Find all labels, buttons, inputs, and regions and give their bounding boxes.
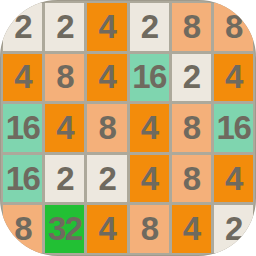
tile-r2c4[interactable]: 16 xyxy=(130,54,169,102)
tile-r5c4[interactable]: 8 xyxy=(130,205,169,253)
tile-r1c1[interactable]: 2 xyxy=(3,3,42,51)
tile-r2c1[interactable]: 4 xyxy=(3,54,42,102)
tile-r1c2[interactable]: 2 xyxy=(45,3,84,51)
tile-r1c4[interactable]: 2 xyxy=(130,3,169,51)
tile-r1c6[interactable]: 8 xyxy=(214,3,253,51)
tile-r3c2[interactable]: 4 xyxy=(45,104,84,152)
tile-r2c2[interactable]: 8 xyxy=(45,54,84,102)
tile-r2c3[interactable]: 4 xyxy=(87,54,126,102)
tile-r4c2[interactable]: 2 xyxy=(45,155,84,203)
tile-r4c1[interactable]: 16 xyxy=(3,155,42,203)
tile-r5c1[interactable]: 8 xyxy=(3,205,42,253)
tile-r2c5[interactable]: 2 xyxy=(172,54,211,102)
tile-r5c2[interactable]: 32 xyxy=(45,205,84,253)
tile-r3c4[interactable]: 4 xyxy=(130,104,169,152)
tile-r1c3[interactable]: 4 xyxy=(87,3,126,51)
tile-r4c6[interactable]: 4 xyxy=(214,155,253,203)
tile-r1c5[interactable]: 8 xyxy=(172,3,211,51)
puzzle-board[interactable]: 22428848416241648481616224848324842 xyxy=(0,0,256,256)
tile-r5c5[interactable]: 4 xyxy=(172,205,211,253)
tile-r2c6[interactable]: 4 xyxy=(214,54,253,102)
tile-r5c6[interactable]: 2 xyxy=(214,205,253,253)
tile-r3c1[interactable]: 16 xyxy=(3,104,42,152)
tile-r3c3[interactable]: 8 xyxy=(87,104,126,152)
tile-r3c6[interactable]: 16 xyxy=(214,104,253,152)
tile-r5c3[interactable]: 4 xyxy=(87,205,126,253)
tile-r4c3[interactable]: 2 xyxy=(87,155,126,203)
tile-r3c5[interactable]: 8 xyxy=(172,104,211,152)
tile-r4c5[interactable]: 8 xyxy=(172,155,211,203)
tile-r4c4[interactable]: 4 xyxy=(130,155,169,203)
